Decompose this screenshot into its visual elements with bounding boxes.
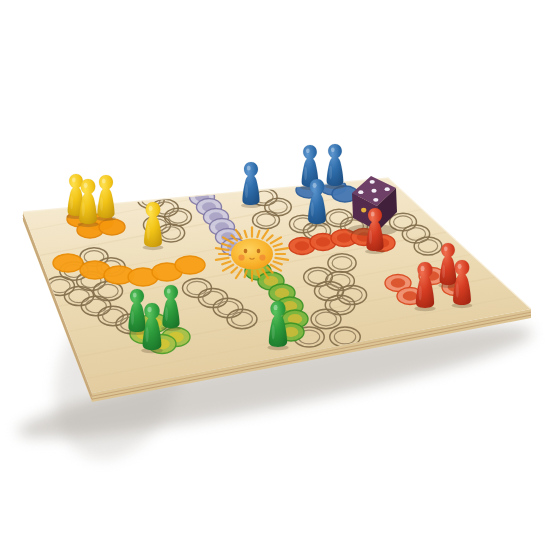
die-pip bbox=[385, 187, 390, 191]
die-pip bbox=[371, 189, 376, 193]
home-circle-yellow bbox=[99, 219, 125, 235]
die-pip bbox=[373, 198, 378, 202]
ludo-board-scene bbox=[0, 0, 550, 550]
pawn-yellow-2[interactable] bbox=[96, 175, 116, 221]
die-pip bbox=[358, 190, 363, 194]
pawn-blue-4[interactable] bbox=[241, 162, 261, 208]
die-pip bbox=[361, 208, 366, 213]
pawn-blue-2[interactable] bbox=[325, 144, 345, 189]
die-pip bbox=[370, 180, 375, 184]
path-circle-orange bbox=[175, 256, 205, 274]
path-circle-orange bbox=[53, 254, 83, 272]
product-photo-canvas: Ludo (wooden board with halma pawns and … bbox=[0, 0, 550, 550]
